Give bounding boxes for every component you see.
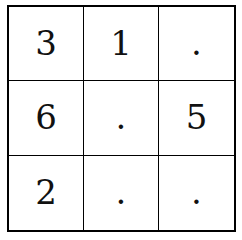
cell-r1c2: 1 xyxy=(84,7,159,81)
puzzle-diagram: 3 1 . 6 . 5 2 . . xyxy=(0,0,242,240)
cell-r3c2: . xyxy=(84,156,159,230)
cell-value: . xyxy=(116,173,127,212)
cell-r2c3: 5 xyxy=(159,81,234,155)
cell-r2c2: . xyxy=(84,81,159,155)
puzzle-board: 3 1 . 6 . 5 2 . . xyxy=(7,5,236,232)
cell-value: 3 xyxy=(35,24,57,63)
cell-value: 6 xyxy=(35,98,57,137)
cell-r3c3: . xyxy=(159,156,234,230)
cell-r1c3: . xyxy=(159,7,234,81)
cell-value: 2 xyxy=(35,173,57,212)
cell-value: . xyxy=(191,173,202,212)
cell-value: . xyxy=(191,24,202,63)
cell-value: 5 xyxy=(186,98,208,137)
cell-r1c1: 3 xyxy=(9,7,84,81)
cell-value: 1 xyxy=(110,24,132,63)
cell-value: . xyxy=(116,98,127,137)
cell-r2c1: 6 xyxy=(9,81,84,155)
cell-r3c1: 2 xyxy=(9,156,84,230)
